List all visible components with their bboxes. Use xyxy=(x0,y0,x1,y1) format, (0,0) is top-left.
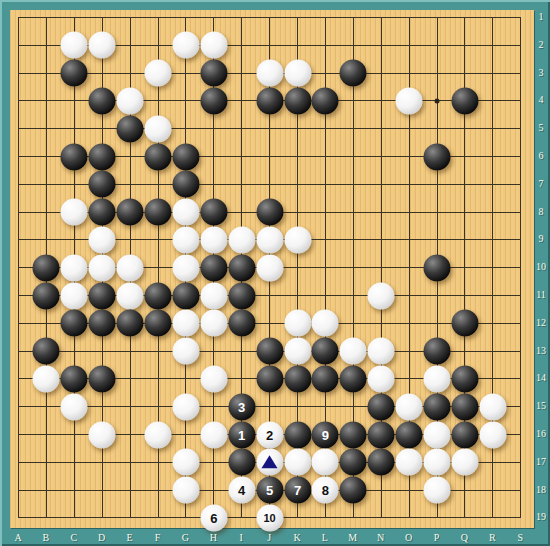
move-number-7: 7 xyxy=(294,484,301,497)
row-label-4: 4 xyxy=(539,95,544,105)
white-stone-D16[interactable] xyxy=(89,421,116,448)
black-stone-J13[interactable] xyxy=(256,338,283,365)
black-stone-N16[interactable] xyxy=(368,421,395,448)
black-stone-B11[interactable] xyxy=(33,282,60,309)
white-stone-H2[interactable] xyxy=(200,32,227,59)
column-label-B: B xyxy=(43,533,50,543)
black-stone-C3[interactable] xyxy=(61,60,88,87)
black-stone-I12[interactable] xyxy=(228,310,255,337)
black-stone-C6[interactable] xyxy=(61,143,88,170)
column-label-Q: Q xyxy=(461,533,468,543)
white-stone-K17[interactable] xyxy=(284,449,311,476)
white-stone-G8[interactable] xyxy=(172,199,199,226)
white-stone-B14[interactable] xyxy=(33,365,60,392)
black-stone-M18[interactable] xyxy=(340,477,367,504)
white-stone-Q17[interactable] xyxy=(451,449,478,476)
white-stone-K13[interactable] xyxy=(284,338,311,365)
black-stone-M3[interactable] xyxy=(340,60,367,87)
row-label-5: 5 xyxy=(539,123,544,133)
black-stone-G11[interactable] xyxy=(172,282,199,309)
black-stone-F8[interactable] xyxy=(145,199,172,226)
black-stone-H10[interactable] xyxy=(200,254,227,281)
black-stone-J4[interactable] xyxy=(256,87,283,114)
black-stone-D6[interactable] xyxy=(89,143,116,170)
row-label-18: 18 xyxy=(536,485,546,495)
row-label-7: 7 xyxy=(539,179,544,189)
column-label-S: S xyxy=(517,533,523,543)
black-stone-D11[interactable] xyxy=(89,282,116,309)
white-stone-H11[interactable] xyxy=(200,282,227,309)
white-stone-F16[interactable] xyxy=(145,421,172,448)
column-label-D: D xyxy=(98,533,105,543)
row-label-8: 8 xyxy=(539,207,544,217)
white-stone-D2[interactable] xyxy=(89,32,116,59)
black-stone-I15[interactable]: 3 xyxy=(228,393,255,420)
black-stone-P15[interactable] xyxy=(424,393,451,420)
white-stone-H19[interactable]: 6 xyxy=(200,504,227,531)
move-number-5: 5 xyxy=(266,484,273,497)
white-stone-C10[interactable] xyxy=(61,254,88,281)
white-stone-C8[interactable] xyxy=(61,199,88,226)
column-label-H: H xyxy=(210,533,217,543)
black-stone-I10[interactable] xyxy=(228,254,255,281)
move-number-8: 8 xyxy=(322,484,329,497)
column-label-F: F xyxy=(155,533,161,543)
white-stone-D10[interactable] xyxy=(89,254,116,281)
white-stone-I9[interactable] xyxy=(228,226,255,253)
white-stone-H16[interactable] xyxy=(200,421,227,448)
black-stone-D14[interactable] xyxy=(89,365,116,392)
black-stone-L13[interactable] xyxy=(312,338,339,365)
black-stone-N15[interactable] xyxy=(368,393,395,420)
grid-line-column-S xyxy=(520,17,521,518)
black-stone-J18[interactable]: 5 xyxy=(256,477,283,504)
row-label-14: 14 xyxy=(536,373,546,383)
black-stone-C14[interactable] xyxy=(61,365,88,392)
white-stone-G17[interactable] xyxy=(172,449,199,476)
black-stone-O16[interactable] xyxy=(396,421,423,448)
row-label-2: 2 xyxy=(539,40,544,50)
black-stone-B13[interactable] xyxy=(33,338,60,365)
white-stone-I18[interactable]: 4 xyxy=(228,477,255,504)
row-label-12: 12 xyxy=(536,318,546,328)
black-stone-P13[interactable] xyxy=(424,338,451,365)
black-stone-E12[interactable] xyxy=(117,310,144,337)
row-label-15: 15 xyxy=(536,401,546,411)
star-point-P4 xyxy=(435,98,440,103)
row-label-1: 1 xyxy=(539,12,544,22)
row-label-6: 6 xyxy=(539,151,544,161)
column-label-N: N xyxy=(377,533,384,543)
row-label-13: 13 xyxy=(536,346,546,356)
black-stone-K18[interactable]: 7 xyxy=(284,477,311,504)
column-label-K: K xyxy=(293,533,300,543)
white-stone-E4[interactable] xyxy=(117,87,144,114)
black-stone-D8[interactable] xyxy=(89,199,116,226)
white-stone-L17[interactable] xyxy=(312,449,339,476)
white-stone-C11[interactable] xyxy=(61,282,88,309)
column-label-M: M xyxy=(348,533,357,543)
black-stone-F12[interactable] xyxy=(145,310,172,337)
black-stone-D12[interactable] xyxy=(89,310,116,337)
move-number-3: 3 xyxy=(238,400,245,413)
white-stone-J9[interactable] xyxy=(256,226,283,253)
black-stone-M17[interactable] xyxy=(340,449,367,476)
black-stone-F11[interactable] xyxy=(145,282,172,309)
black-stone-Q14[interactable] xyxy=(451,365,478,392)
white-stone-J10[interactable] xyxy=(256,254,283,281)
white-stone-L12[interactable] xyxy=(312,310,339,337)
black-stone-C12[interactable] xyxy=(61,310,88,337)
white-stone-H9[interactable] xyxy=(200,226,227,253)
white-stone-C2[interactable] xyxy=(61,32,88,59)
white-stone-G15[interactable] xyxy=(172,393,199,420)
row-label-11: 11 xyxy=(536,290,546,300)
black-stone-G6[interactable] xyxy=(172,143,199,170)
move-number-2: 2 xyxy=(266,428,273,441)
white-stone-E10[interactable] xyxy=(117,254,144,281)
row-label-19: 19 xyxy=(536,512,546,522)
white-stone-H12[interactable] xyxy=(200,310,227,337)
white-stone-J17[interactable] xyxy=(256,449,283,476)
row-label-10: 10 xyxy=(536,262,546,272)
black-stone-Q15[interactable] xyxy=(451,393,478,420)
white-stone-K12[interactable] xyxy=(284,310,311,337)
white-stone-O15[interactable] xyxy=(396,393,423,420)
black-stone-E8[interactable] xyxy=(117,199,144,226)
black-stone-G7[interactable] xyxy=(172,171,199,198)
white-stone-E11[interactable] xyxy=(117,282,144,309)
black-stone-B10[interactable] xyxy=(33,254,60,281)
white-stone-H14[interactable] xyxy=(200,365,227,392)
white-stone-G10[interactable] xyxy=(172,254,199,281)
black-stone-K4[interactable] xyxy=(284,87,311,114)
column-label-I: I xyxy=(240,533,243,543)
black-stone-J8[interactable] xyxy=(256,199,283,226)
go-game-window: 31294578610 ABCDEFGHIJKLMNOPQRS123456789… xyxy=(0,0,550,546)
move-number-10: 10 xyxy=(263,512,275,523)
column-label-A: A xyxy=(14,533,21,543)
black-stone-J14[interactable] xyxy=(256,365,283,392)
white-stone-J19[interactable]: 10 xyxy=(256,504,283,531)
black-stone-M14[interactable] xyxy=(340,365,367,392)
column-label-P: P xyxy=(434,533,440,543)
black-stone-H8[interactable] xyxy=(200,199,227,226)
row-label-3: 3 xyxy=(539,68,544,78)
white-stone-M13[interactable] xyxy=(340,338,367,365)
move-number-9: 9 xyxy=(322,428,329,441)
white-stone-G18[interactable] xyxy=(172,477,199,504)
black-stone-H3[interactable] xyxy=(200,60,227,87)
white-stone-P18[interactable] xyxy=(424,477,451,504)
move-number-4: 4 xyxy=(238,484,245,497)
white-stone-K3[interactable] xyxy=(284,60,311,87)
black-stone-Q4[interactable] xyxy=(451,87,478,114)
black-stone-E5[interactable] xyxy=(117,115,144,142)
white-stone-D9[interactable] xyxy=(89,226,116,253)
black-stone-L4[interactable] xyxy=(312,87,339,114)
black-stone-H4[interactable] xyxy=(200,87,227,114)
black-stone-Q16[interactable] xyxy=(451,421,478,448)
white-stone-N11[interactable] xyxy=(368,282,395,309)
white-stone-L18[interactable]: 8 xyxy=(312,477,339,504)
black-stone-I17[interactable] xyxy=(228,449,255,476)
white-stone-J3[interactable] xyxy=(256,60,283,87)
white-stone-F5[interactable] xyxy=(145,115,172,142)
black-stone-L14[interactable] xyxy=(312,365,339,392)
black-stone-P6[interactable] xyxy=(424,143,451,170)
row-label-9: 9 xyxy=(539,234,544,244)
black-stone-D4[interactable] xyxy=(89,87,116,114)
black-stone-K14[interactable] xyxy=(284,365,311,392)
column-label-R: R xyxy=(489,533,496,543)
marked-stone-triangle-icon xyxy=(262,455,278,468)
column-label-G: G xyxy=(182,533,189,543)
column-label-C: C xyxy=(70,533,77,543)
white-stone-G13[interactable] xyxy=(172,338,199,365)
white-stone-N14[interactable] xyxy=(368,365,395,392)
column-label-O: O xyxy=(405,533,412,543)
white-stone-G12[interactable] xyxy=(172,310,199,337)
column-label-J: J xyxy=(267,533,271,543)
row-label-17: 17 xyxy=(536,457,546,467)
black-stone-D7[interactable] xyxy=(89,171,116,198)
white-stone-F3[interactable] xyxy=(145,60,172,87)
column-label-E: E xyxy=(127,533,133,543)
white-stone-O4[interactable] xyxy=(396,87,423,114)
black-stone-I11[interactable] xyxy=(228,282,255,309)
black-stone-P10[interactable] xyxy=(424,254,451,281)
black-stone-F6[interactable] xyxy=(145,143,172,170)
black-stone-M16[interactable] xyxy=(340,421,367,448)
white-stone-N13[interactable] xyxy=(368,338,395,365)
black-stone-Q12[interactable] xyxy=(451,310,478,337)
white-stone-G9[interactable] xyxy=(172,226,199,253)
white-stone-C15[interactable] xyxy=(61,393,88,420)
white-stone-P16[interactable] xyxy=(424,421,451,448)
white-stone-K9[interactable] xyxy=(284,226,311,253)
white-stone-G2[interactable] xyxy=(172,32,199,59)
column-label-L: L xyxy=(322,533,328,543)
black-stone-K16[interactable] xyxy=(284,421,311,448)
white-stone-P17[interactable] xyxy=(424,449,451,476)
white-stone-J16[interactable]: 2 xyxy=(256,421,283,448)
move-number-6: 6 xyxy=(210,511,217,524)
go-board[interactable]: 31294578610 xyxy=(10,10,534,528)
black-stone-I16[interactable]: 1 xyxy=(228,421,255,448)
row-label-16: 16 xyxy=(536,429,546,439)
white-stone-P14[interactable] xyxy=(424,365,451,392)
white-stone-R15[interactable] xyxy=(479,393,506,420)
black-stone-L16[interactable]: 9 xyxy=(312,421,339,448)
white-stone-O17[interactable] xyxy=(396,449,423,476)
move-number-1: 1 xyxy=(238,428,245,441)
white-stone-R16[interactable] xyxy=(479,421,506,448)
black-stone-N17[interactable] xyxy=(368,449,395,476)
